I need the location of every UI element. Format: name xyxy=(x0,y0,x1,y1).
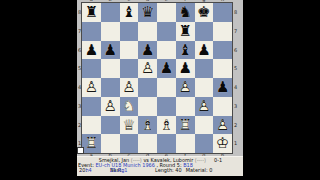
square-h4: ♟ xyxy=(213,78,232,97)
white-knight-piece: ♞♘ xyxy=(120,97,139,116)
next-move-link[interactable]: 21.Rg1 xyxy=(110,168,128,173)
black-bishop-piece: ♝ xyxy=(176,41,195,60)
white-to-move-indicator xyxy=(77,147,84,154)
rank-label-8: 8 xyxy=(233,3,238,22)
square-b5 xyxy=(101,59,120,78)
white-pawn-piece: ♟♙ xyxy=(82,78,101,97)
square-g7 xyxy=(195,22,214,41)
square-h6 xyxy=(213,41,232,60)
square-h2: ♟♙ xyxy=(213,116,232,135)
square-d3 xyxy=(138,97,157,116)
square-e8 xyxy=(157,3,176,22)
white-pawn-piece: ♟♙ xyxy=(176,78,195,97)
square-a4: ♟♙ xyxy=(82,78,101,97)
right-letterbox-bar xyxy=(243,0,320,180)
square-c8: ♝ xyxy=(120,3,139,22)
square-f3 xyxy=(176,97,195,116)
black-pawn-piece: ♟ xyxy=(195,41,214,60)
white-pawn-piece: ♟♙ xyxy=(195,97,214,116)
square-a2 xyxy=(82,116,101,135)
square-b4 xyxy=(101,78,120,97)
black-pawn-piece: ♟ xyxy=(213,78,232,97)
square-d8: ♛ xyxy=(138,3,157,22)
square-f2: ♜♖ xyxy=(176,116,195,135)
square-g6: ♟ xyxy=(195,41,214,60)
info-panel: Smejkal, Jan (----) vs Kavalek, Lubomir … xyxy=(77,156,243,177)
square-a6: ♟ xyxy=(82,41,101,60)
square-b2 xyxy=(101,116,120,135)
square-a3 xyxy=(82,97,101,116)
rank-label-4: 4 xyxy=(233,78,238,97)
square-e7 xyxy=(157,22,176,41)
square-d7 xyxy=(138,22,157,41)
square-a8: ♜ xyxy=(82,3,101,22)
square-h1: ♚♔ xyxy=(213,134,232,153)
square-f4: ♟♙ xyxy=(176,78,195,97)
white-bishop-piece: ♝♗ xyxy=(138,116,157,135)
black-knight-piece: ♞ xyxy=(176,3,195,22)
square-c5 xyxy=(120,59,139,78)
square-h8 xyxy=(213,3,232,22)
move-played[interactable]: ... h4 xyxy=(79,168,92,173)
square-e3 xyxy=(157,97,176,116)
game-length: Length: 40 xyxy=(155,168,182,173)
square-a7 xyxy=(82,22,101,41)
square-e6 xyxy=(157,41,176,60)
square-c6 xyxy=(120,41,139,60)
square-c2: ♛♕ xyxy=(120,116,139,135)
white-queen-piece: ♛♕ xyxy=(120,116,139,135)
square-a1: ♜♖ xyxy=(82,134,101,153)
square-e5: ♟ xyxy=(157,59,176,78)
square-g5 xyxy=(195,59,214,78)
square-c4: ♟♙ xyxy=(120,78,139,97)
square-d4 xyxy=(138,78,157,97)
square-h3 xyxy=(213,97,232,116)
black-pawn-piece: ♟ xyxy=(157,59,176,78)
left-letterbox-bar xyxy=(0,0,77,180)
square-h5 xyxy=(213,59,232,78)
square-a5 xyxy=(82,59,101,78)
video-frame: abcdefgh 87654321 87654321 abcdefgh ♜♝♛♞… xyxy=(0,0,320,180)
black-pawn-piece: ♟ xyxy=(101,41,120,60)
square-f7: ♜ xyxy=(176,22,195,41)
black-pawn-piece: ♟ xyxy=(176,59,195,78)
rank-labels-right: 87654321 xyxy=(233,3,238,153)
square-g8: ♚ xyxy=(195,3,214,22)
black-pawn-piece: ♟ xyxy=(138,41,157,60)
square-e4 xyxy=(157,78,176,97)
square-b6: ♟ xyxy=(101,41,120,60)
square-b1 xyxy=(101,134,120,153)
square-d5: ♟♙ xyxy=(138,59,157,78)
square-c3: ♞♘ xyxy=(120,97,139,116)
square-d2: ♝♗ xyxy=(138,116,157,135)
square-f1 xyxy=(176,134,195,153)
black-king-piece: ♚ xyxy=(195,3,214,22)
white-rook-piece: ♜♖ xyxy=(82,134,101,153)
black-pawn-piece: ♟ xyxy=(82,41,101,60)
rank-label-1: 1 xyxy=(233,134,238,153)
white-rook-piece: ♜♖ xyxy=(176,116,195,135)
white-pawn-piece: ♟♙ xyxy=(213,116,232,135)
white-king-piece: ♚♔ xyxy=(213,134,232,153)
square-f6: ♝ xyxy=(176,41,195,60)
white-pawn-piece: ♟♙ xyxy=(120,78,139,97)
rank-label-2: 2 xyxy=(233,116,238,135)
square-g4 xyxy=(195,78,214,97)
chess-board: ♜♝♛♞♚♜♟♟♟♝♟♟♙♟♟♟♙♟♙♟♙♟♟♙♞♘♟♙♛♕♝♗♝♗♜♖♟♙♜♖… xyxy=(82,3,232,153)
square-b7 xyxy=(101,22,120,41)
rank-label-6: 6 xyxy=(233,41,238,60)
square-h7 xyxy=(213,22,232,41)
bottom-letterbox-bar xyxy=(77,176,243,180)
rank-label-7: 7 xyxy=(233,22,238,41)
square-e2: ♝♗ xyxy=(157,116,176,135)
square-c7 xyxy=(120,22,139,41)
rank-label-5: 5 xyxy=(233,59,238,78)
square-f5: ♟ xyxy=(176,59,195,78)
white-pawn-piece: ♟♙ xyxy=(138,59,157,78)
square-d6: ♟ xyxy=(138,41,157,60)
square-b3: ♟♙ xyxy=(101,97,120,116)
black-rook-piece: ♜ xyxy=(176,22,195,41)
square-g3: ♟♙ xyxy=(195,97,214,116)
square-g2 xyxy=(195,116,214,135)
square-d1 xyxy=(138,134,157,153)
rank-label-3: 3 xyxy=(233,97,238,116)
square-e1 xyxy=(157,134,176,153)
square-c1 xyxy=(120,134,139,153)
chess-viewer: abcdefgh 87654321 87654321 abcdefgh ♜♝♛♞… xyxy=(77,0,243,176)
white-pawn-piece: ♟♙ xyxy=(101,97,120,116)
black-rook-piece: ♜ xyxy=(82,3,101,22)
square-b8 xyxy=(101,3,120,22)
square-g1 xyxy=(195,134,214,153)
white-bishop-piece: ♝♗ xyxy=(157,116,176,135)
black-bishop-piece: ♝ xyxy=(120,3,139,22)
material-balance: Material: 0 xyxy=(186,168,213,173)
black-queen-piece: ♛ xyxy=(138,3,157,22)
square-f8: ♞ xyxy=(176,3,195,22)
